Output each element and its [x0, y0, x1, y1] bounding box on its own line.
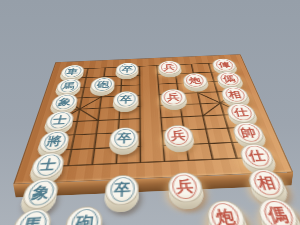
piece-top-face: 將 — [36, 129, 71, 153]
piece-top-face: 兵 — [163, 124, 195, 147]
piece-black-elephant[interactable]: 象 — [49, 93, 79, 111]
piece-glyph: 將 — [46, 135, 63, 147]
piece-black-soldier[interactable]: 卒 — [113, 90, 139, 108]
piece-glyph: 士 — [38, 158, 57, 172]
piece-black-advisor[interactable]: 士 — [43, 110, 75, 131]
piece-black-cannon[interactable]: 砲 — [90, 76, 116, 92]
piece-glyph: 炮 — [188, 76, 202, 84]
piece-cylinder-side — [109, 131, 139, 155]
piece-red-soldier[interactable]: 兵 — [160, 88, 187, 106]
piece-cylinder-side — [163, 129, 195, 153]
piece-glyph: 象 — [57, 97, 72, 106]
piece-glyph: 砲 — [96, 80, 109, 88]
piece-black-horse[interactable]: 馬 — [55, 78, 83, 94]
piece-glyph: 兵 — [163, 63, 175, 70]
piece-glyph: 傌 — [222, 75, 237, 83]
piece-glyph: 砲 — [74, 214, 95, 225]
piece-red-cannon[interactable]: 炮 — [182, 72, 209, 88]
piece-ring — [48, 112, 72, 129]
piece-glyph: 車 — [66, 68, 79, 75]
piece-black-chariot[interactable]: 車 — [59, 64, 85, 79]
piece-glyph: 兵 — [170, 130, 186, 142]
piece-red-soldier[interactable]: 兵 — [163, 124, 195, 147]
piece-ring — [113, 128, 135, 147]
piece-glyph: 俥 — [217, 61, 231, 68]
piece-cylinder-side — [35, 134, 70, 158]
piece-ring — [34, 154, 62, 176]
piece-top-face: 砲 — [63, 205, 104, 225]
piece-glyph: 卒 — [122, 65, 134, 72]
piece-black-horse[interactable]: 馬 — [8, 207, 54, 225]
piece-ring — [167, 126, 190, 145]
piece-red-horse[interactable]: 傌 — [255, 197, 300, 225]
piece-black-soldier[interactable]: 卒 — [116, 62, 139, 76]
board-grid[interactable]: 車卒兵俥馬砲炮傌象卒兵相士仕將卒兵帥士仕象卒兵相馬砲炮傌車卒兵俥 — [29, 58, 276, 176]
piece-top-face: 傌 — [255, 197, 300, 225]
piece-red-cannon[interactable]: 炮 — [204, 199, 248, 225]
piece-black-general[interactable]: 將 — [36, 129, 71, 153]
piece-top-face: 馬 — [8, 207, 54, 225]
xiangqi-board[interactable]: 車卒兵俥馬砲炮傌象卒兵相士仕將卒兵帥士仕象卒兵相馬砲炮傌車卒兵俥 — [13, 54, 293, 184]
piece-ring — [242, 145, 272, 166]
piece-black-soldier[interactable]: 卒 — [109, 126, 139, 149]
scene: 車卒兵俥馬砲炮傌象卒兵相士仕將卒兵帥士仕象卒兵相馬砲炮傌車卒兵俥 — [0, 0, 300, 225]
piece-ring — [229, 104, 254, 120]
piece-top-face: 士 — [43, 110, 75, 131]
xiangqi-scene-screenshot: 車卒兵俥馬砲炮傌象卒兵相士仕將卒兵帥士仕象卒兵相馬砲炮傌車卒兵俥 — [0, 0, 300, 225]
piece-glyph: 仕 — [247, 149, 267, 163]
piece-glyph: 卒 — [120, 95, 133, 104]
piece-glyph: 馬 — [62, 82, 76, 90]
piece-glyph: 士 — [52, 115, 68, 126]
piece-black-cannon[interactable]: 砲 — [63, 205, 104, 225]
piece-ring — [41, 131, 67, 150]
piece-glyph: 帥 — [239, 126, 257, 138]
piece-ring — [235, 123, 262, 142]
piece-glyph: 兵 — [167, 92, 181, 101]
piece-top-face: 卒 — [109, 126, 139, 149]
piece-glyph: 卒 — [117, 132, 132, 144]
piece-top-face: 炮 — [204, 199, 248, 225]
piece-glyph: 仕 — [233, 107, 250, 117]
piece-red-soldier[interactable]: 兵 — [158, 60, 182, 74]
